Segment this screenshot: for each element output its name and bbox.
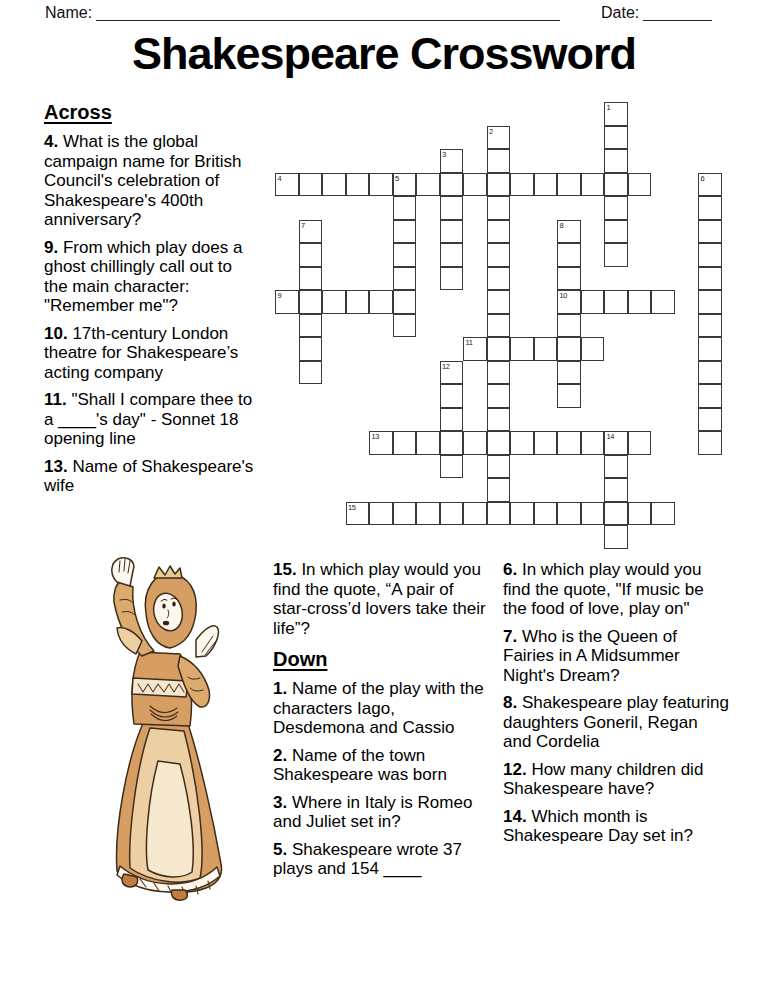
grid-cell-r3c4[interactable] (369, 173, 393, 197)
grid-cell-r4c14[interactable] (604, 196, 628, 220)
grid-cell-r17c6[interactable] (416, 502, 440, 526)
grid-cell-r14c8[interactable] (463, 431, 487, 455)
grid-cell-r17c3[interactable]: 15 (346, 502, 370, 526)
clue-text: Shakespeare wrote 37 plays and 154 ____ (273, 840, 462, 879)
cell-number-12: 12 (442, 362, 450, 371)
clue-number: 15. (273, 560, 297, 579)
grid-cell-r5c5[interactable] (393, 220, 417, 244)
date-input-line[interactable] (643, 3, 712, 21)
grid-cell-r2c14[interactable] (604, 149, 628, 173)
grid-cell-r3c13[interactable] (581, 173, 605, 197)
grid-cell-r6c7[interactable] (440, 243, 464, 267)
grid-cell-r9c1[interactable] (299, 314, 323, 338)
grid-cell-r9c12[interactable] (557, 314, 581, 338)
grid-cell-r14c14[interactable]: 14 (604, 431, 628, 455)
grid-cell-r17c14[interactable] (604, 502, 628, 526)
clue-down-7: 7. Who is the Queen of Fairies in A Mids… (503, 627, 729, 686)
grid-cell-r11c18[interactable] (698, 361, 722, 385)
clue-text: Shakespeare play featuring daughters Gon… (503, 693, 729, 751)
grid-cell-r14c13[interactable] (581, 431, 605, 455)
grid-cell-r14c15[interactable] (628, 431, 652, 455)
clue-number: 5. (273, 840, 287, 859)
middle-clues-column: 15. In which play would you find the quo… (273, 560, 489, 887)
grid-cell-r17c15[interactable] (628, 502, 652, 526)
grid-cell-r8c16[interactable] (651, 290, 675, 314)
grid-cell-r13c7[interactable] (440, 408, 464, 432)
grid-cell-r10c1[interactable] (299, 337, 323, 361)
grid-cell-r3c11[interactable] (534, 173, 558, 197)
grid-cell-r7c5[interactable] (393, 267, 417, 291)
grid-cell-r11c7[interactable]: 12 (440, 361, 464, 385)
across-clues-column: Across 4. What is the global campaign na… (44, 101, 254, 504)
grid-cell-r3c12[interactable] (557, 173, 581, 197)
grid-cell-r11c1[interactable] (299, 361, 323, 385)
grid-cell-r14c6[interactable] (416, 431, 440, 455)
grid-cell-r8c12[interactable]: 10 (557, 290, 581, 314)
grid-cell-r9c9[interactable] (487, 314, 511, 338)
clue-text: Which month is Shakespeare Day set in? (503, 807, 693, 846)
grid-cell-r11c9[interactable] (487, 361, 511, 385)
clue-number: 12. (503, 760, 527, 779)
grid-cell-r13c18[interactable] (698, 408, 722, 432)
grid-cell-r15c9[interactable] (487, 455, 511, 479)
grid-cell-r0c14[interactable]: 1 (604, 102, 628, 126)
illustration-woman (84, 556, 230, 904)
grid-cell-r17c13[interactable] (581, 502, 605, 526)
grid-cell-r6c1[interactable] (299, 243, 323, 267)
grid-cell-r12c12[interactable] (557, 384, 581, 408)
grid-cell-r8c13[interactable] (581, 290, 605, 314)
grid-cell-r6c12[interactable] (557, 243, 581, 267)
clue-text: 17th-century London theatre for Shakespe… (44, 324, 238, 382)
cell-number-4: 4 (278, 174, 282, 183)
grid-cell-r3c1[interactable] (299, 173, 323, 197)
clue-number: 6. (503, 560, 517, 579)
grid-cell-r3c9[interactable] (487, 173, 511, 197)
clue-across-13: 13. Name of Shakespeare's wife (44, 457, 254, 496)
grid-cell-r2c9[interactable] (487, 149, 511, 173)
grid-cell-r7c1[interactable] (299, 267, 323, 291)
grid-cell-r17c5[interactable] (393, 502, 417, 526)
across-heading: Across (44, 101, 254, 124)
mouth (163, 621, 169, 626)
grid-cell-r17c9[interactable] (487, 502, 511, 526)
grid-cell-r1c14[interactable] (604, 126, 628, 150)
grid-cell-r17c10[interactable] (510, 502, 534, 526)
clue-down-1: 1. Name of the play with the characters … (273, 679, 489, 738)
grid-cell-r14c4[interactable]: 13 (369, 431, 393, 455)
clue-text: "Shall I compare thee to a ____'s day" -… (44, 390, 252, 448)
raised-hand (112, 558, 134, 586)
clue-across-10: 10. 17th-century London theatre for Shak… (44, 324, 254, 383)
grid-cell-r7c18[interactable] (698, 267, 722, 291)
grid-cell-r15c14[interactable] (604, 455, 628, 479)
cell-number-5: 5 (395, 174, 399, 183)
name-label: Name: (45, 4, 92, 22)
grid-cell-r7c7[interactable] (440, 267, 464, 291)
grid-cell-r4c5[interactable] (393, 196, 417, 220)
grid-cell-r14c5[interactable] (393, 431, 417, 455)
clue-text: What is the global campaign name for Bri… (44, 132, 241, 229)
grid-cell-r6c18[interactable] (698, 243, 722, 267)
grid-cell-r10c8[interactable]: 11 (463, 337, 487, 361)
grid-cell-r3c18[interactable]: 6 (698, 173, 722, 197)
grid-cell-r6c14[interactable] (604, 243, 628, 267)
date-label: Date: (601, 4, 639, 22)
grid-cell-r8c15[interactable] (628, 290, 652, 314)
grid-cell-r6c5[interactable] (393, 243, 417, 267)
cell-number-1: 1 (607, 103, 611, 112)
clue-number: 3. (273, 793, 287, 812)
grid-cell-r3c0[interactable]: 4 (275, 173, 299, 197)
clue-number: 10. (44, 324, 68, 343)
grid-cell-r8c9[interactable] (487, 290, 511, 314)
grid-cell-r8c5[interactable] (393, 290, 417, 314)
clue-number: 8. (503, 693, 517, 712)
grid-cell-r17c7[interactable] (440, 502, 464, 526)
cell-number-6: 6 (701, 174, 705, 183)
name-input-line[interactable] (96, 3, 560, 21)
page-title: Shakespeare Crossword (0, 28, 768, 80)
clue-text: Name of the play with the characters Iag… (273, 679, 484, 737)
cell-number-9: 9 (278, 291, 282, 300)
grid-cell-r9c18[interactable] (698, 314, 722, 338)
grid-cell-r10c11[interactable] (534, 337, 558, 361)
grid-cell-r17c8[interactable] (463, 502, 487, 526)
grid-cell-r17c16[interactable] (651, 502, 675, 526)
grid-cell-r14c7[interactable] (440, 431, 464, 455)
cell-number-8: 8 (560, 221, 564, 230)
clue-down-14: 14. Which month is Shakespeare Day set i… (503, 807, 729, 846)
grid-cell-r14c9[interactable] (487, 431, 511, 455)
grid-cell-r7c12[interactable] (557, 267, 581, 291)
grid-cell-r8c2[interactable] (322, 290, 346, 314)
right-clues-column: 6. In which play would you find the quot… (503, 560, 729, 854)
clue-across-4: 4. What is the global campaign name for … (44, 132, 254, 230)
cell-number-3: 3 (442, 150, 446, 159)
grid-cell-r5c12[interactable]: 8 (557, 220, 581, 244)
clue-text: From which play does a ghost chillingly … (44, 238, 242, 316)
grid-cell-r7c9[interactable] (487, 267, 511, 291)
grid-cell-r10c12[interactable] (557, 337, 581, 361)
grid-cell-r3c7[interactable] (440, 173, 464, 197)
grid-cell-r3c3[interactable] (346, 173, 370, 197)
cell-number-14: 14 (607, 432, 615, 441)
grid-cell-r10c18[interactable] (698, 337, 722, 361)
clue-number: 9. (44, 238, 58, 257)
grid-cell-r3c2[interactable] (322, 173, 346, 197)
grid-cell-r11c12[interactable] (557, 361, 581, 385)
clue-number: 4. (44, 132, 58, 151)
clue-number: 7. (503, 627, 517, 646)
crossword-grid: 123456789101112131415 (275, 102, 722, 549)
grid-cell-r10c10[interactable] (510, 337, 534, 361)
grid-cell-r3c6[interactable] (416, 173, 440, 197)
clue-down-6: 6. In which play would you find the quot… (503, 560, 729, 619)
clue-text: How many children did Shakespeare have? (503, 760, 703, 799)
grid-cell-r5c1[interactable]: 7 (299, 220, 323, 244)
grid-cell-r10c13[interactable] (581, 337, 605, 361)
grid-cell-r15c7[interactable] (440, 455, 464, 479)
grid-cell-r3c14[interactable] (604, 173, 628, 197)
grid-cell-r3c5[interactable]: 5 (393, 173, 417, 197)
cell-number-15: 15 (348, 503, 356, 512)
grid-cell-r5c7[interactable] (440, 220, 464, 244)
grid-cell-r17c12[interactable] (557, 502, 581, 526)
cell-number-11: 11 (466, 338, 473, 347)
clue-text: In which play would you find the quote, … (273, 560, 486, 638)
grid-cell-r12c18[interactable] (698, 384, 722, 408)
clue-text: Where in Italy is Romeo and Juliet set i… (273, 793, 472, 832)
grid-cell-r17c11[interactable] (534, 502, 558, 526)
grid-cell-r3c8[interactable] (463, 173, 487, 197)
clue-text: Who is the Queen of Fairies in A Midsumm… (503, 627, 680, 685)
grid-cell-r4c7[interactable] (440, 196, 464, 220)
grid-cell-r5c18[interactable] (698, 220, 722, 244)
cell-number-7: 7 (301, 221, 305, 230)
grid-cell-r14c18[interactable] (698, 431, 722, 455)
grid-cell-r13c9[interactable] (487, 408, 511, 432)
clue-across-11: 11. "Shall I compare thee to a ____'s da… (44, 390, 254, 449)
grid-cell-r16c14[interactable] (604, 478, 628, 502)
clue-text: Name of Shakespeare's wife (44, 457, 253, 496)
cell-number-10: 10 (560, 291, 568, 300)
grid-cell-r12c9[interactable] (487, 384, 511, 408)
clue-across-9: 9. From which play does a ghost chilling… (44, 238, 254, 316)
cell-number-13: 13 (372, 432, 380, 441)
grid-cell-r3c10[interactable] (510, 173, 534, 197)
clue-down-3: 3. Where in Italy is Romeo and Juliet se… (273, 793, 489, 832)
grid-cell-r10c9[interactable] (487, 337, 511, 361)
grid-cell-r8c18[interactable] (698, 290, 722, 314)
grid-cell-r5c14[interactable] (604, 220, 628, 244)
cell-number-2: 2 (489, 127, 493, 136)
grid-cell-r18c14[interactable] (604, 525, 628, 549)
clue-across-15: 15. In which play would you find the quo… (273, 560, 489, 638)
grid-cell-r4c18[interactable] (698, 196, 722, 220)
grid-cell-r3c15[interactable] (628, 173, 652, 197)
grid-cell-r14c12[interactable] (557, 431, 581, 455)
down-heading: Down (273, 648, 489, 671)
grid-cell-r16c9[interactable] (487, 478, 511, 502)
grid-cell-r14c10[interactable] (510, 431, 534, 455)
grid-cell-r8c1[interactable] (299, 290, 323, 314)
grid-cell-r6c9[interactable] (487, 243, 511, 267)
clue-down-5: 5. Shakespeare wrote 37 plays and 154 __… (273, 840, 489, 879)
grid-cell-r1c9[interactable]: 2 (487, 126, 511, 150)
clue-down-12: 12. How many children did Shakespeare ha… (503, 760, 729, 799)
grid-cell-r8c0[interactable]: 9 (275, 290, 299, 314)
clue-number: 13. (44, 457, 68, 476)
worksheet-page: { "game": "crossword", "title": "Shakesp… (0, 0, 768, 994)
grid-cell-r12c7[interactable] (440, 384, 464, 408)
clue-number: 1. (273, 679, 287, 698)
clue-number: 2. (273, 746, 287, 765)
clue-number: 14. (503, 807, 527, 826)
clue-down-8: 8. Shakespeare play featuring daughters … (503, 693, 729, 752)
grid-cell-r8c3[interactable] (346, 290, 370, 314)
clue-text: Name of the town Shakespeare was born (273, 746, 447, 785)
grid-cell-r17c4[interactable] (369, 502, 393, 526)
clue-text: In which play would you find the quote, … (503, 560, 704, 618)
clue-down-2: 2. Name of the town Shakespeare was born (273, 746, 489, 785)
clue-number: 11. (44, 390, 67, 409)
grid-cell-r8c14[interactable] (604, 290, 628, 314)
crown (154, 566, 182, 578)
grid-cell-r8c4[interactable] (369, 290, 393, 314)
grid-cell-r2c7[interactable]: 3 (440, 149, 464, 173)
grid-cell-r9c5[interactable] (393, 314, 417, 338)
grid-cell-r5c9[interactable] (487, 220, 511, 244)
grid-cell-r4c9[interactable] (487, 196, 511, 220)
grid-cell-r14c11[interactable] (534, 431, 558, 455)
